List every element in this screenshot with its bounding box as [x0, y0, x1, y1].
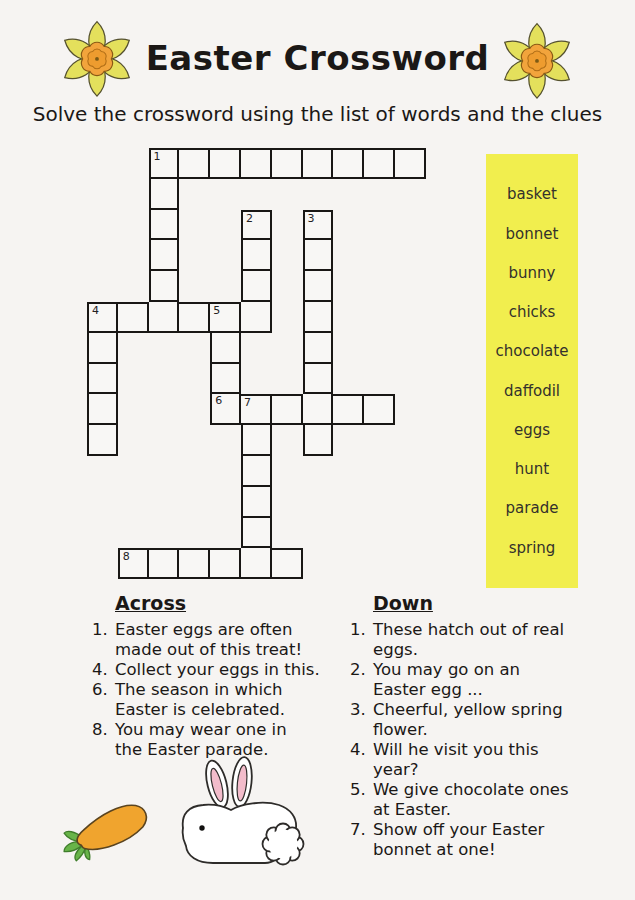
- crossword-cell[interactable]: [87, 394, 118, 425]
- clue-text-line: eggs.: [373, 640, 632, 660]
- clue-item-text: Easter eggs are oftenmade out of this tr…: [115, 620, 340, 660]
- clue-item: 1.Easter eggs are oftenmade out of this …: [88, 620, 340, 660]
- crossword-cell[interactable]: [179, 148, 210, 179]
- clue-text-line: year?: [373, 760, 632, 780]
- word-list-item: bunny: [509, 264, 556, 282]
- instructions: Solve the crossword using the list of wo…: [0, 102, 635, 126]
- clue-text-line: The season in which: [115, 680, 340, 700]
- crossword-cell[interactable]: [303, 240, 334, 271]
- clue-text-line: Easter eggs are often: [115, 620, 340, 640]
- clue-text-line: Easter egg ...: [373, 680, 632, 700]
- clue-item-number: 4.: [346, 740, 373, 780]
- word-list-item: chicks: [509, 303, 556, 321]
- crossword-cell[interactable]: [272, 548, 303, 579]
- clue-item-text: Cheerful, yellow springflower.: [373, 700, 632, 740]
- crossword-cell[interactable]: [149, 302, 180, 333]
- word-list-item: eggs: [514, 421, 550, 439]
- crossword-cell[interactable]: 1: [149, 148, 180, 179]
- clue-text-line: These hatch out of real: [373, 620, 632, 640]
- crossword-cell[interactable]: [179, 302, 210, 333]
- crossword-cell[interactable]: [241, 425, 272, 456]
- clue-item-number: 1.: [88, 620, 115, 660]
- worksheet-page: Easter Crossword Solve the crossword usi…: [0, 0, 635, 900]
- crossword-cell[interactable]: [241, 456, 272, 487]
- word-list-item: bonnet: [506, 225, 559, 243]
- clue-item: 7.Show off your Easterbonnet at one!: [346, 820, 632, 860]
- crossword-cell[interactable]: 7: [241, 394, 272, 425]
- clue-number: 7: [244, 396, 251, 409]
- across-clues-section: Across 1.Easter eggs are oftenmade out o…: [88, 592, 340, 760]
- word-list-item: chocolate: [496, 342, 569, 360]
- clue-number: 3: [308, 212, 315, 225]
- clue-item: 4.Collect your eggs in this.: [88, 660, 340, 680]
- clue-item-number: 1.: [346, 620, 373, 660]
- clue-item: 8.You may wear one inthe Easter parade.: [88, 720, 340, 760]
- clue-item: 6.The season in whichEaster is celebrate…: [88, 680, 340, 720]
- clue-item-text: Show off your Easterbonnet at one!: [373, 820, 632, 860]
- crossword-cell[interactable]: [303, 394, 334, 425]
- crossword-cell[interactable]: [241, 487, 272, 518]
- crossword-cell[interactable]: [333, 148, 364, 179]
- clue-text-line: bonnet at one!: [373, 840, 632, 860]
- crossword-cell[interactable]: [241, 148, 272, 179]
- clue-text-line: We give chocolate ones: [373, 780, 632, 800]
- clue-item-number: 2.: [346, 660, 373, 700]
- crossword-cell[interactable]: [364, 148, 395, 179]
- crossword-cell[interactable]: 3: [303, 210, 334, 241]
- clue-number: 8: [123, 550, 130, 563]
- crossword-cell[interactable]: [179, 548, 210, 579]
- clue-text-line: Cheerful, yellow spring: [373, 700, 632, 720]
- crossword-cell[interactable]: [395, 148, 426, 179]
- crossword-cell[interactable]: [303, 302, 334, 333]
- down-clue-list: 1.These hatch out of realeggs.2.You may …: [346, 620, 632, 860]
- across-clue-list: 1.Easter eggs are oftenmade out of this …: [88, 620, 340, 760]
- crossword-cell[interactable]: [364, 394, 395, 425]
- crossword-cell[interactable]: [241, 548, 272, 579]
- word-list-item: spring: [509, 539, 556, 557]
- crossword-cell[interactable]: 4: [87, 302, 118, 333]
- clue-item-text: We give chocolate onesat Easter.: [373, 780, 632, 820]
- clue-text-line: You may go on an: [373, 660, 632, 680]
- clue-item: 5.We give chocolate onesat Easter.: [346, 780, 632, 820]
- crossword-cell[interactable]: [241, 271, 272, 302]
- crossword-cell[interactable]: [272, 394, 303, 425]
- crossword-cell[interactable]: [303, 364, 334, 395]
- across-header: Across: [115, 592, 340, 614]
- clue-item: 4.Will he visit you thisyear?: [346, 740, 632, 780]
- clue-item-text: You may wear one inthe Easter parade.: [115, 720, 340, 760]
- clue-number: 2: [246, 212, 253, 225]
- clue-text-line: Will he visit you this: [373, 740, 632, 760]
- crossword-cell[interactable]: [87, 425, 118, 456]
- crossword-cell[interactable]: [303, 271, 334, 302]
- clue-text-line: Show off your Easter: [373, 820, 632, 840]
- crossword-cell[interactable]: [118, 302, 149, 333]
- crossword-cell[interactable]: [210, 548, 241, 579]
- crossword-cell[interactable]: [241, 518, 272, 549]
- clue-item-text: You may go on anEaster egg ...: [373, 660, 632, 700]
- crossword-cell[interactable]: [241, 302, 272, 333]
- down-header: Down: [373, 592, 632, 614]
- clue-number: 6: [215, 394, 222, 407]
- clue-item: 2.You may go on anEaster egg ...: [346, 660, 632, 700]
- crossword-cell[interactable]: [241, 240, 272, 271]
- crossword-cell[interactable]: [272, 148, 303, 179]
- crossword-cell[interactable]: [303, 148, 334, 179]
- clue-item-number: 6.: [88, 680, 115, 720]
- crossword-cell[interactable]: [87, 364, 118, 395]
- clue-item-text: Will he visit you thisyear?: [373, 740, 632, 780]
- clue-text-line: Collect your eggs in this.: [115, 660, 340, 680]
- crossword-cell[interactable]: [149, 271, 180, 302]
- clue-item: 3.Cheerful, yellow springflower.: [346, 700, 632, 740]
- clue-item-number: 3.: [346, 700, 373, 740]
- carrot-icon: [60, 792, 154, 862]
- crossword-cell[interactable]: 8: [118, 548, 149, 579]
- clue-item-text: These hatch out of realeggs.: [373, 620, 632, 660]
- bunny-icon: [179, 756, 313, 870]
- word-list: basketbonnetbunnychickschocolatedaffodil…: [486, 154, 578, 588]
- crossword-cell[interactable]: [149, 548, 180, 579]
- word-list-item: hunt: [515, 460, 549, 478]
- crossword-grid: 12345678: [87, 148, 426, 579]
- word-list-item: daffodil: [504, 382, 560, 400]
- clue-text-line: Easter is celebrated.: [115, 700, 340, 720]
- clue-number: 4: [92, 304, 99, 317]
- clue-number: 5: [213, 304, 220, 317]
- down-clues-section: Down 1.These hatch out of realeggs.2.You…: [346, 592, 632, 860]
- crossword-cell[interactable]: 6: [210, 394, 241, 425]
- crossword-cell[interactable]: [149, 179, 180, 210]
- crossword-cell[interactable]: 5: [210, 302, 241, 333]
- crossword-cell[interactable]: [87, 333, 118, 364]
- crossword-cell[interactable]: [149, 210, 180, 241]
- word-list-item: basket: [507, 185, 557, 203]
- crossword-cell[interactable]: [303, 425, 334, 456]
- clue-item-number: 8.: [88, 720, 115, 760]
- clue-item-number: 5.: [346, 780, 373, 820]
- crossword-cell[interactable]: [333, 394, 364, 425]
- crossword-cell[interactable]: [210, 148, 241, 179]
- crossword-cell[interactable]: [210, 333, 241, 364]
- clue-item-number: 7.: [346, 820, 373, 860]
- crossword-cell[interactable]: [149, 240, 180, 271]
- page-title: Easter Crossword: [0, 38, 635, 78]
- clue-number: 1: [154, 150, 161, 163]
- clue-text-line: made out of this treat!: [115, 640, 340, 660]
- clue-text-line: You may wear one in: [115, 720, 340, 740]
- clue-item-text: The season in whichEaster is celebrated.: [115, 680, 340, 720]
- crossword-cell[interactable]: 2: [241, 210, 272, 241]
- clue-item-text: Collect your eggs in this.: [115, 660, 340, 680]
- clue-text-line: at Easter.: [373, 800, 632, 820]
- clue-item-number: 4.: [88, 660, 115, 680]
- clue-item: 1.These hatch out of realeggs.: [346, 620, 632, 660]
- crossword-cell[interactable]: [210, 364, 241, 395]
- word-list-item: parade: [506, 499, 559, 517]
- clue-text-line: flower.: [373, 720, 632, 740]
- crossword-cell[interactable]: [303, 333, 334, 364]
